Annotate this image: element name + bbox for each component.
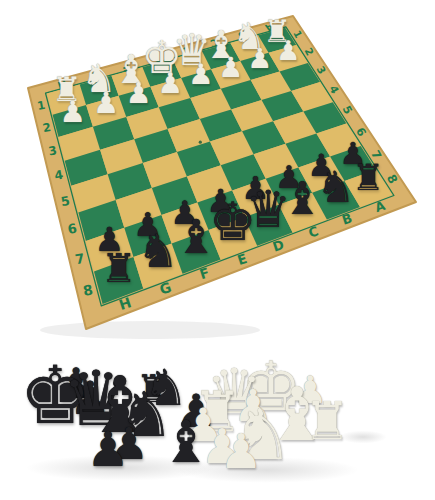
loose-pieces-group: ♟♜♟♞♚♛♟♟♚♛♟♜♝♞♝♜♟♟♞♝♟♟♟ [0, 0, 435, 500]
tray-white-pawn: ♟ [219, 427, 262, 475]
tray-black-pawn: ♟ [86, 425, 129, 473]
tray-white-rook: ♜ [304, 395, 351, 447]
chess-set-photo: 11HH22GG33FF44EE55DD66CC77BB88AA ♜♞♝♟♛♟♚… [0, 0, 435, 500]
